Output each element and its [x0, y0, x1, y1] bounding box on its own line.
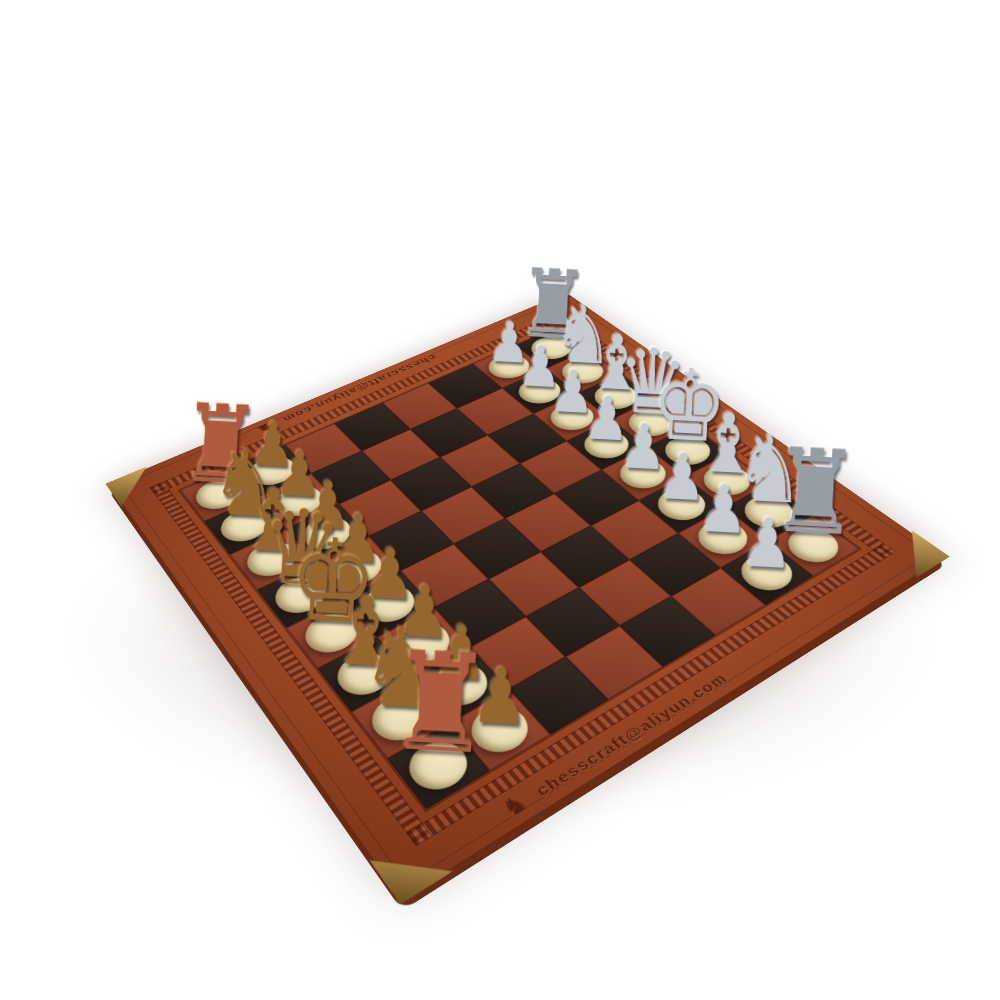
piece-white-rook-h1: ♜ [385, 631, 496, 773]
product-photo-stage: ♞ chesscraft@aliyun.com chesscraft@aliyu… [0, 0, 1000, 1000]
piece-black-pawn-h7: ♟ [740, 508, 795, 579]
perspective-scene: ♞ chesscraft@aliyun.com chesscraft@aliyu… [0, 0, 1000, 1000]
camera-tilt: ♞ chesscraft@aliyun.com chesscraft@aliyu… [0, 0, 1000, 1000]
leather-board-mat: ♞ chesscraft@aliyun.com chesscraft@aliyu… [109, 293, 945, 900]
